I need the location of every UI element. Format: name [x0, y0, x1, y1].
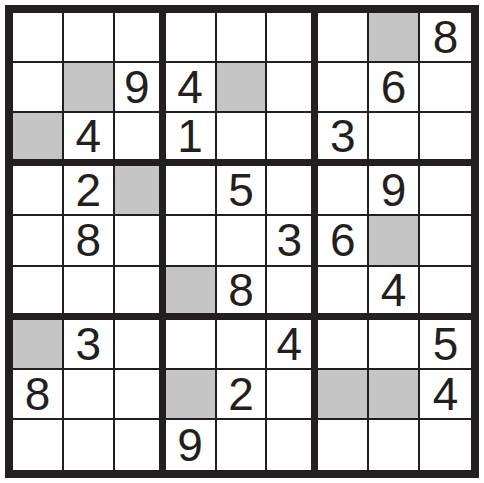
cell-r5c3[interactable] — [115, 216, 166, 266]
cell-r1c7[interactable] — [318, 13, 369, 63]
cell-r5c6[interactable]: 3 — [267, 216, 318, 266]
cell-r2c9[interactable] — [420, 63, 471, 113]
cell-r1c2[interactable] — [64, 13, 115, 63]
cell-r2c1[interactable] — [13, 63, 64, 113]
cell-r7c4[interactable] — [166, 320, 217, 370]
given-digit: 4 — [381, 267, 407, 313]
cell-r6c8[interactable]: 4 — [369, 267, 420, 320]
cell-r5c9[interactable] — [420, 216, 471, 266]
cell-r8c7[interactable] — [318, 370, 369, 420]
cell-r9c2[interactable] — [64, 420, 115, 470]
cell-r5c4[interactable] — [166, 216, 217, 266]
cell-r4c9[interactable] — [420, 166, 471, 216]
cell-r3c7[interactable]: 3 — [318, 113, 369, 166]
cell-r3c6[interactable] — [267, 113, 318, 166]
cell-r4c6[interactable] — [267, 166, 318, 216]
cell-r6c6[interactable] — [267, 267, 318, 320]
cell-r3c4[interactable]: 1 — [166, 113, 217, 166]
given-digit: 8 — [228, 267, 254, 313]
cell-r3c8[interactable] — [369, 113, 420, 166]
given-digit: 4 — [76, 113, 102, 159]
given-digit: 8 — [76, 217, 102, 263]
cell-r4c3[interactable] — [115, 166, 166, 216]
given-digit: 3 — [330, 113, 356, 159]
cell-r7c6[interactable]: 4 — [267, 320, 318, 370]
given-digit: 8 — [25, 371, 51, 417]
cell-r5c7[interactable]: 6 — [318, 216, 369, 266]
cell-r1c5[interactable] — [217, 13, 268, 63]
cell-r9c4[interactable]: 9 — [166, 420, 217, 470]
cell-r8c6[interactable] — [267, 370, 318, 420]
given-digit: 3 — [277, 217, 303, 263]
cell-r4c8[interactable]: 9 — [369, 166, 420, 216]
cell-r9c5[interactable] — [217, 420, 268, 470]
cell-r5c2[interactable]: 8 — [64, 216, 115, 266]
cell-r2c8[interactable]: 6 — [369, 63, 420, 113]
cell-r9c8[interactable] — [369, 420, 420, 470]
cell-r3c1[interactable] — [13, 113, 64, 166]
cell-r9c9[interactable] — [420, 420, 471, 470]
cell-r9c7[interactable] — [318, 420, 369, 470]
cell-r4c2[interactable]: 2 — [64, 166, 115, 216]
cell-r6c1[interactable] — [13, 267, 64, 320]
given-digit: 9 — [177, 422, 203, 468]
cell-r7c1[interactable] — [13, 320, 64, 370]
cell-r4c7[interactable] — [318, 166, 369, 216]
cell-r3c3[interactable] — [115, 113, 166, 166]
sudoku-board: 8946413259836843458249 — [5, 5, 479, 478]
cell-r1c3[interactable] — [115, 13, 166, 63]
cell-r7c7[interactable] — [318, 320, 369, 370]
cell-r1c1[interactable] — [13, 13, 64, 63]
cell-r9c1[interactable] — [13, 420, 64, 470]
given-digit: 6 — [330, 217, 356, 263]
cell-r2c5[interactable] — [217, 63, 268, 113]
cell-r7c2[interactable]: 3 — [64, 320, 115, 370]
cell-r7c9[interactable]: 5 — [420, 320, 471, 370]
cell-r6c3[interactable] — [115, 267, 166, 320]
cell-r3c2[interactable]: 4 — [64, 113, 115, 166]
cell-r8c9[interactable]: 4 — [420, 370, 471, 420]
cell-r6c5[interactable]: 8 — [217, 267, 268, 320]
cell-r6c7[interactable] — [318, 267, 369, 320]
cell-r9c6[interactable] — [267, 420, 318, 470]
cell-r7c8[interactable] — [369, 320, 420, 370]
given-digit: 6 — [381, 64, 407, 110]
cell-r2c3[interactable]: 9 — [115, 63, 166, 113]
cell-r1c6[interactable] — [267, 13, 318, 63]
cell-r6c4[interactable] — [166, 267, 217, 320]
given-digit: 5 — [228, 167, 254, 213]
cell-r8c1[interactable]: 8 — [13, 370, 64, 420]
given-digit: 4 — [433, 371, 459, 417]
cell-r8c2[interactable] — [64, 370, 115, 420]
given-digit: 4 — [177, 64, 203, 110]
cell-r8c3[interactable] — [115, 370, 166, 420]
cell-r7c3[interactable] — [115, 320, 166, 370]
cell-r4c5[interactable]: 5 — [217, 166, 268, 216]
cell-r4c1[interactable] — [13, 166, 64, 216]
given-digit: 9 — [124, 64, 150, 110]
cell-r2c2[interactable] — [64, 63, 115, 113]
cell-r2c4[interactable]: 4 — [166, 63, 217, 113]
given-digit: 2 — [76, 167, 102, 213]
given-digit: 9 — [381, 167, 407, 213]
cell-r1c8[interactable] — [369, 13, 420, 63]
cell-r2c7[interactable] — [318, 63, 369, 113]
page-frame: 8946413259836843458249 — [0, 0, 484, 483]
cell-r8c8[interactable] — [369, 370, 420, 420]
cell-r9c3[interactable] — [115, 420, 166, 470]
given-digit: 2 — [228, 371, 254, 417]
cell-r6c9[interactable] — [420, 267, 471, 320]
cell-r8c4[interactable] — [166, 370, 217, 420]
cell-r6c2[interactable] — [64, 267, 115, 320]
given-digit: 4 — [277, 321, 303, 367]
cell-r4c4[interactable] — [166, 166, 217, 216]
cell-r3c9[interactable] — [420, 113, 471, 166]
given-digit: 1 — [177, 113, 203, 159]
cell-r5c8[interactable] — [369, 216, 420, 266]
cell-r7c5[interactable] — [217, 320, 268, 370]
cell-r3c5[interactable] — [217, 113, 268, 166]
cell-r5c1[interactable] — [13, 216, 64, 266]
cell-r1c4[interactable] — [166, 13, 217, 63]
cell-r1c9[interactable]: 8 — [420, 13, 471, 63]
given-digit: 8 — [433, 14, 459, 60]
given-digit: 5 — [433, 321, 459, 367]
cell-r8c5[interactable]: 2 — [217, 370, 268, 420]
cell-r2c6[interactable] — [267, 63, 318, 113]
cell-r5c5[interactable] — [217, 216, 268, 266]
given-digit: 3 — [76, 321, 102, 367]
